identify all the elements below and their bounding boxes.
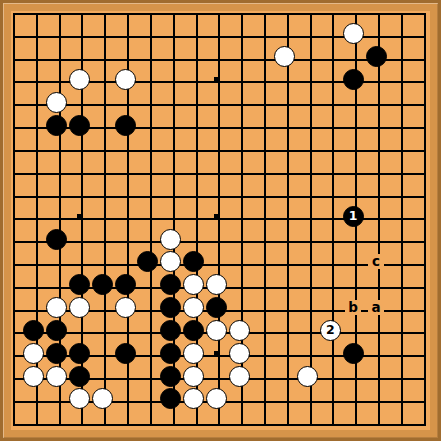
black-stone[interactable] xyxy=(183,251,204,272)
white-stone[interactable] xyxy=(69,69,90,90)
black-stone[interactable] xyxy=(46,115,67,136)
white-stone[interactable] xyxy=(160,251,181,272)
white-stone[interactable] xyxy=(297,366,318,387)
board-point: 1 xyxy=(342,205,365,228)
board-point xyxy=(91,387,114,410)
board-point xyxy=(159,365,182,388)
black-stone[interactable] xyxy=(23,320,44,341)
black-stone[interactable] xyxy=(69,343,90,364)
board-point xyxy=(22,319,45,342)
board-point xyxy=(159,296,182,319)
white-stone[interactable] xyxy=(206,320,227,341)
white-stone[interactable] xyxy=(115,69,136,90)
board-point xyxy=(68,387,91,410)
board-point xyxy=(228,342,251,365)
board-point xyxy=(114,114,137,137)
board-point xyxy=(114,68,137,91)
board-point xyxy=(205,296,228,319)
white-stone[interactable] xyxy=(46,297,67,318)
board-point xyxy=(159,342,182,365)
black-stone[interactable] xyxy=(115,115,136,136)
black-stone[interactable] xyxy=(160,320,181,341)
move-2-stone[interactable]: 2 xyxy=(320,320,341,341)
go-board[interactable]: 12abc xyxy=(0,0,441,441)
white-stone[interactable] xyxy=(229,366,250,387)
board-point xyxy=(205,68,228,91)
star-point xyxy=(214,351,219,356)
board-point xyxy=(45,365,68,388)
board-point xyxy=(228,319,251,342)
star-point xyxy=(214,77,219,82)
black-stone[interactable] xyxy=(160,343,181,364)
board-point xyxy=(45,228,68,251)
board-point xyxy=(68,273,91,296)
board-point xyxy=(342,22,365,45)
white-stone[interactable] xyxy=(206,388,227,409)
board-point xyxy=(342,342,365,365)
board-point xyxy=(205,387,228,410)
black-stone[interactable] xyxy=(160,297,181,318)
board-point xyxy=(68,342,91,365)
star-point xyxy=(77,214,82,219)
white-stone[interactable] xyxy=(69,297,90,318)
black-stone[interactable] xyxy=(46,320,67,341)
board-point xyxy=(182,251,205,274)
black-stone[interactable] xyxy=(115,343,136,364)
board-point xyxy=(45,91,68,114)
board-point xyxy=(228,365,251,388)
board-point xyxy=(182,296,205,319)
label-b[interactable]: b xyxy=(345,300,361,315)
board-point xyxy=(159,228,182,251)
white-stone[interactable] xyxy=(160,229,181,250)
board-grid: 12abc xyxy=(0,0,433,433)
white-stone[interactable] xyxy=(274,46,295,67)
board-point xyxy=(342,68,365,91)
black-stone[interactable] xyxy=(69,115,90,136)
board-point xyxy=(205,273,228,296)
board-point xyxy=(296,365,319,388)
white-stone[interactable] xyxy=(46,92,67,113)
black-stone[interactable] xyxy=(46,343,67,364)
board-point xyxy=(45,319,68,342)
board-point: c xyxy=(365,251,388,274)
white-stone[interactable] xyxy=(115,297,136,318)
board-point xyxy=(22,342,45,365)
black-stone[interactable] xyxy=(160,274,181,295)
white-stone[interactable] xyxy=(343,23,364,44)
board-point xyxy=(68,205,91,228)
white-stone[interactable] xyxy=(183,274,204,295)
board-point xyxy=(114,296,137,319)
board-point xyxy=(365,45,388,68)
board-point xyxy=(159,251,182,274)
board-point: b xyxy=(342,296,365,319)
board-point: 2 xyxy=(319,319,342,342)
black-stone[interactable] xyxy=(160,366,181,387)
white-stone[interactable] xyxy=(183,388,204,409)
white-stone[interactable] xyxy=(229,343,250,364)
black-stone[interactable] xyxy=(92,274,113,295)
white-stone[interactable] xyxy=(183,297,204,318)
black-stone[interactable] xyxy=(206,297,227,318)
board-point xyxy=(68,365,91,388)
black-stone[interactable] xyxy=(69,366,90,387)
white-stone[interactable] xyxy=(23,366,44,387)
white-stone[interactable] xyxy=(183,366,204,387)
board-point xyxy=(45,296,68,319)
board-point xyxy=(45,342,68,365)
board-point xyxy=(68,114,91,137)
board-point xyxy=(182,387,205,410)
black-stone[interactable] xyxy=(46,229,67,250)
board-point xyxy=(45,114,68,137)
white-stone[interactable] xyxy=(69,388,90,409)
board-point xyxy=(159,273,182,296)
board-point xyxy=(205,319,228,342)
black-stone[interactable] xyxy=(183,320,204,341)
board-point xyxy=(136,251,159,274)
white-stone[interactable] xyxy=(46,366,67,387)
move-1-stone[interactable]: 1 xyxy=(343,206,364,227)
star-point xyxy=(214,214,219,219)
black-stone[interactable] xyxy=(343,69,364,90)
board-point xyxy=(68,68,91,91)
black-stone[interactable] xyxy=(137,251,158,272)
black-stone[interactable] xyxy=(115,274,136,295)
board-point xyxy=(182,273,205,296)
board-point xyxy=(205,342,228,365)
white-stone[interactable] xyxy=(183,343,204,364)
board-point xyxy=(114,342,137,365)
board-point xyxy=(68,296,91,319)
board-point xyxy=(22,365,45,388)
board-point xyxy=(182,365,205,388)
white-stone[interactable] xyxy=(229,320,250,341)
board-point xyxy=(182,319,205,342)
black-stone[interactable] xyxy=(160,388,181,409)
board-point xyxy=(91,273,114,296)
board-point xyxy=(273,45,296,68)
white-stone[interactable] xyxy=(23,343,44,364)
white-stone[interactable] xyxy=(206,274,227,295)
board-point xyxy=(159,387,182,410)
black-stone[interactable] xyxy=(69,274,90,295)
board-point xyxy=(182,342,205,365)
label-a[interactable]: a xyxy=(368,300,384,315)
board-point xyxy=(205,205,228,228)
white-stone[interactable] xyxy=(92,388,113,409)
label-c[interactable]: c xyxy=(368,254,384,269)
board-point xyxy=(114,273,137,296)
black-stone[interactable] xyxy=(366,46,387,67)
black-stone[interactable] xyxy=(343,343,364,364)
board-point xyxy=(159,319,182,342)
board-point: a xyxy=(365,296,388,319)
